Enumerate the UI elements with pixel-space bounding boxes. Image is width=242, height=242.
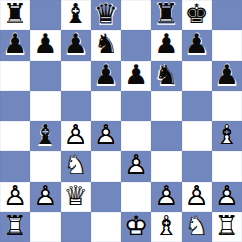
- square-d6[interactable]: ♟♟: [91, 61, 121, 91]
- white-bishop-icon[interactable]: ♝♗: [151, 212, 181, 242]
- white-rook-icon-glyph: ♖: [215, 212, 239, 239]
- black-rook-icon-glyph: ♜: [3, 1, 27, 28]
- square-h8[interactable]: [212, 0, 242, 30]
- square-g3[interactable]: [182, 151, 212, 181]
- square-e2[interactable]: [121, 182, 151, 212]
- square-g2[interactable]: ♟♙: [182, 182, 212, 212]
- white-queen-icon-glyph: ♕: [64, 182, 88, 209]
- square-a3[interactable]: [0, 151, 30, 181]
- square-b2[interactable]: ♟♙: [30, 182, 60, 212]
- white-pawn-icon[interactable]: ♟♙: [0, 182, 30, 212]
- square-b4[interactable]: ♝♝: [30, 121, 60, 151]
- square-e6[interactable]: ♟♟: [121, 61, 151, 91]
- square-f6[interactable]: ♞♞: [151, 61, 181, 91]
- white-knight-icon-glyph: ♘: [185, 212, 209, 239]
- square-c6[interactable]: [61, 61, 91, 91]
- white-pawn-icon[interactable]: ♟♙: [121, 151, 151, 181]
- square-g4[interactable]: [182, 121, 212, 151]
- white-bishop-icon-glyph: ♗: [215, 122, 239, 149]
- black-pawn-icon[interactable]: ♟♟: [30, 30, 60, 60]
- square-a6[interactable]: [0, 61, 30, 91]
- square-h2[interactable]: ♟♙: [212, 182, 242, 212]
- square-c4[interactable]: ♟♙: [61, 121, 91, 151]
- square-e1[interactable]: ♚♔: [121, 212, 151, 242]
- white-rook-icon-glyph: ♖: [3, 212, 27, 239]
- black-pawn-icon[interactable]: ♟♟: [91, 61, 121, 91]
- white-pawn-icon-glyph: ♙: [3, 182, 27, 209]
- square-d7[interactable]: ♞♞: [91, 30, 121, 60]
- square-c5[interactable]: [61, 91, 91, 121]
- square-h7[interactable]: [212, 30, 242, 60]
- black-bishop-icon[interactable]: ♝♝: [30, 121, 60, 151]
- black-pawn-icon-glyph: ♟: [64, 31, 88, 58]
- black-queen-icon-glyph: ♛: [94, 1, 118, 28]
- white-pawn-icon-glyph: ♙: [185, 182, 209, 209]
- square-e7[interactable]: [121, 30, 151, 60]
- black-knight-icon-glyph: ♞: [154, 61, 178, 88]
- square-e4[interactable]: [121, 121, 151, 151]
- black-bishop-icon-glyph: ♝: [64, 1, 88, 28]
- white-pawn-icon-glyph: ♙: [124, 152, 148, 179]
- black-pawn-icon-glyph: ♟: [154, 31, 178, 58]
- square-e8[interactable]: [121, 0, 151, 30]
- white-pawn-icon-glyph: ♙: [33, 182, 57, 209]
- black-pawn-icon-glyph: ♟: [94, 61, 118, 88]
- black-pawn-icon[interactable]: ♟♟: [212, 61, 242, 91]
- black-knight-icon[interactable]: ♞♞: [91, 30, 121, 60]
- square-b7[interactable]: ♟♟: [30, 30, 60, 60]
- white-pawn-icon[interactable]: ♟♙: [182, 182, 212, 212]
- square-c2[interactable]: ♛♕: [61, 182, 91, 212]
- black-bishop-icon-glyph: ♝: [33, 122, 57, 149]
- square-f3[interactable]: [151, 151, 181, 181]
- white-pawn-icon[interactable]: ♟♙: [151, 182, 181, 212]
- white-bishop-icon-glyph: ♗: [154, 212, 178, 239]
- black-pawn-icon[interactable]: ♟♟: [0, 30, 30, 60]
- black-pawn-icon-glyph: ♟: [185, 31, 209, 58]
- white-knight-icon[interactable]: ♞♘: [182, 212, 212, 242]
- square-g5[interactable]: [182, 91, 212, 121]
- black-king-icon-glyph: ♚: [185, 1, 209, 28]
- square-h4[interactable]: ♝♗: [212, 121, 242, 151]
- white-bishop-icon[interactable]: ♝♗: [212, 121, 242, 151]
- square-h1[interactable]: ♜♖: [212, 212, 242, 242]
- white-pawn-icon[interactable]: ♟♙: [91, 121, 121, 151]
- square-e3[interactable]: ♟♙: [121, 151, 151, 181]
- black-rook-icon-glyph: ♜: [154, 1, 178, 28]
- white-queen-icon[interactable]: ♛♕: [61, 182, 91, 212]
- square-a7[interactable]: ♟♟: [0, 30, 30, 60]
- square-d5[interactable]: [91, 91, 121, 121]
- square-f4[interactable]: [151, 121, 181, 151]
- square-d1[interactable]: [91, 212, 121, 242]
- square-h5[interactable]: [212, 91, 242, 121]
- square-h6[interactable]: ♟♟: [212, 61, 242, 91]
- square-f1[interactable]: ♝♗: [151, 212, 181, 242]
- white-pawn-icon[interactable]: ♟♙: [30, 182, 60, 212]
- black-pawn-icon-glyph: ♟: [215, 61, 239, 88]
- square-e5[interactable]: [121, 91, 151, 121]
- white-pawn-icon[interactable]: ♟♙: [61, 121, 91, 151]
- white-pawn-icon-glyph: ♙: [154, 182, 178, 209]
- square-f2[interactable]: ♟♙: [151, 182, 181, 212]
- square-c3[interactable]: ♞♘: [61, 151, 91, 181]
- white-knight-icon[interactable]: ♞♘: [61, 151, 91, 181]
- chess-board[interactable]: ♜♜♝♝♛♛♜♜♚♚♟♟♟♟♟♟♞♞♟♟♟♟♟♟♟♟♞♞♟♟♝♝♟♙♟♙♝♗♞♘…: [0, 0, 242, 242]
- square-d3[interactable]: [91, 151, 121, 181]
- square-b3[interactable]: [30, 151, 60, 181]
- square-f5[interactable]: [151, 91, 181, 121]
- square-d4[interactable]: ♟♙: [91, 121, 121, 151]
- square-f7[interactable]: ♟♟: [151, 30, 181, 60]
- black-pawn-icon[interactable]: ♟♟: [151, 30, 181, 60]
- white-pawn-icon-glyph: ♙: [94, 122, 118, 149]
- white-pawn-icon-glyph: ♙: [215, 182, 239, 209]
- square-g7[interactable]: ♟♟: [182, 30, 212, 60]
- square-c1[interactable]: [61, 212, 91, 242]
- square-a1[interactable]: ♜♖: [0, 212, 30, 242]
- square-a4[interactable]: [0, 121, 30, 151]
- black-pawn-icon-glyph: ♟: [33, 31, 57, 58]
- white-king-icon-glyph: ♔: [124, 212, 148, 239]
- black-knight-icon-glyph: ♞: [94, 31, 118, 58]
- chess-board-container: ♜♜♝♝♛♛♜♜♚♚♟♟♟♟♟♟♞♞♟♟♟♟♟♟♟♟♞♞♟♟♝♝♟♙♟♙♝♗♞♘…: [0, 0, 242, 242]
- square-c7[interactable]: ♟♟: [61, 30, 91, 60]
- square-g1[interactable]: ♞♘: [182, 212, 212, 242]
- white-pawn-icon[interactable]: ♟♙: [212, 182, 242, 212]
- black-knight-icon[interactable]: ♞♞: [151, 61, 181, 91]
- square-a2[interactable]: ♟♙: [0, 182, 30, 212]
- white-king-icon[interactable]: ♚♔: [121, 212, 151, 242]
- black-pawn-icon[interactable]: ♟♟: [121, 61, 151, 91]
- square-h3[interactable]: [212, 151, 242, 181]
- square-b1[interactable]: [30, 212, 60, 242]
- black-pawn-icon-glyph: ♟: [124, 61, 148, 88]
- white-knight-icon-glyph: ♘: [64, 152, 88, 179]
- square-d2[interactable]: [91, 182, 121, 212]
- black-pawn-icon-glyph: ♟: [3, 31, 27, 58]
- black-pawn-icon[interactable]: ♟♟: [61, 30, 91, 60]
- white-rook-icon[interactable]: ♜♖: [0, 212, 30, 242]
- square-b6[interactable]: [30, 61, 60, 91]
- white-pawn-icon-glyph: ♙: [64, 122, 88, 149]
- square-a5[interactable]: [0, 91, 30, 121]
- square-g6[interactable]: [182, 61, 212, 91]
- white-rook-icon[interactable]: ♜♖: [212, 212, 242, 242]
- black-pawn-icon[interactable]: ♟♟: [182, 30, 212, 60]
